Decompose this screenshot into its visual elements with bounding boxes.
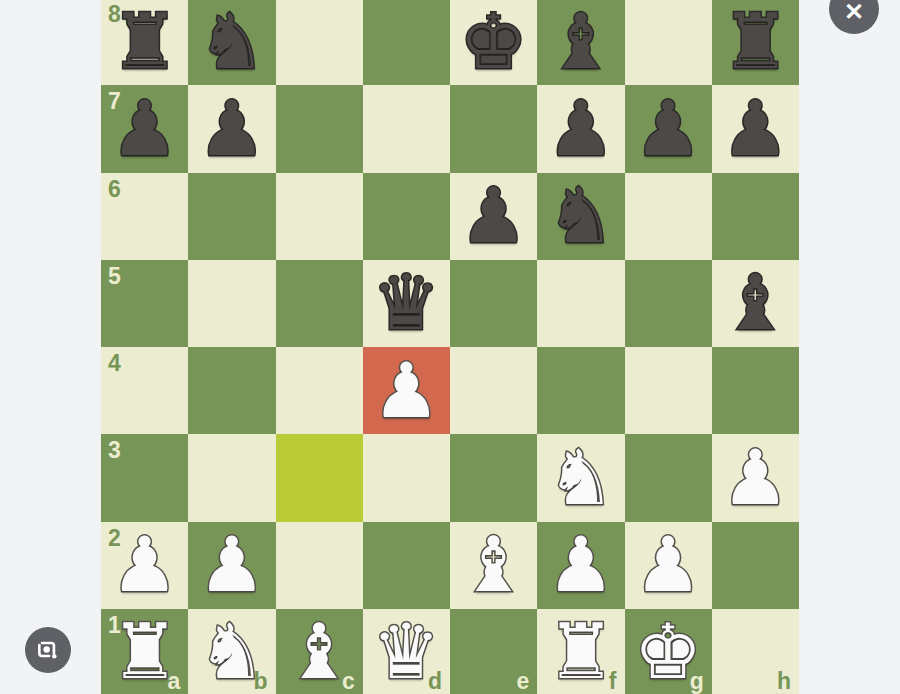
square-d3[interactable] bbox=[363, 434, 450, 521]
square-d8[interactable] bbox=[363, 0, 450, 85]
square-e7[interactable] bbox=[450, 85, 537, 172]
chess-board: ♜8♞♚♝♜♟7♟♟♟♟6♟♞5♛♝4♟3♞♟♟2♟♝♟♟♜1a♞b♝c♛de♜… bbox=[101, 0, 799, 694]
piece-black-king[interactable]: ♚ bbox=[450, 0, 537, 85]
file-label-c: c bbox=[342, 670, 355, 693]
piece-white-pawn[interactable]: ♟ bbox=[537, 522, 624, 609]
piece-black-pawn[interactable]: ♟ bbox=[188, 85, 275, 172]
square-d6[interactable] bbox=[363, 173, 450, 260]
file-label-b: b bbox=[253, 670, 267, 693]
square-f6[interactable]: ♞ bbox=[537, 173, 624, 260]
square-a2[interactable]: ♟2 bbox=[101, 522, 188, 609]
piece-black-rook[interactable]: ♜ bbox=[712, 0, 799, 85]
square-a7[interactable]: ♟7 bbox=[101, 85, 188, 172]
square-d7[interactable] bbox=[363, 85, 450, 172]
square-f1[interactable]: ♜f bbox=[537, 609, 624, 694]
square-e3[interactable] bbox=[450, 434, 537, 521]
close-icon: ✕ bbox=[844, 0, 864, 26]
square-d2[interactable] bbox=[363, 522, 450, 609]
square-g8[interactable] bbox=[625, 0, 712, 85]
piece-white-bishop[interactable]: ♝ bbox=[450, 522, 537, 609]
rank-label-1: 1 bbox=[108, 614, 121, 637]
rank-label-6: 6 bbox=[108, 178, 121, 201]
square-e6[interactable]: ♟ bbox=[450, 173, 537, 260]
square-h6[interactable] bbox=[712, 173, 799, 260]
camera-lens-icon bbox=[35, 637, 61, 663]
file-label-a: a bbox=[167, 670, 180, 693]
square-h2[interactable] bbox=[712, 522, 799, 609]
square-b4[interactable] bbox=[188, 347, 275, 434]
square-a3[interactable]: 3 bbox=[101, 434, 188, 521]
square-g4[interactable] bbox=[625, 347, 712, 434]
square-h5[interactable]: ♝ bbox=[712, 260, 799, 347]
piece-black-bishop[interactable]: ♝ bbox=[712, 260, 799, 347]
piece-white-pawn[interactable]: ♟ bbox=[188, 522, 275, 609]
square-e1[interactable]: e bbox=[450, 609, 537, 694]
square-b5[interactable] bbox=[188, 260, 275, 347]
square-e5[interactable] bbox=[450, 260, 537, 347]
file-label-d: d bbox=[428, 670, 442, 693]
square-b2[interactable]: ♟ bbox=[188, 522, 275, 609]
file-label-e: e bbox=[516, 670, 529, 693]
rank-label-3: 3 bbox=[108, 439, 121, 462]
piece-white-pawn[interactable]: ♟ bbox=[712, 434, 799, 521]
square-h7[interactable]: ♟ bbox=[712, 85, 799, 172]
square-g7[interactable]: ♟ bbox=[625, 85, 712, 172]
square-b1[interactable]: ♞b bbox=[188, 609, 275, 694]
square-c2[interactable] bbox=[276, 522, 363, 609]
square-c1[interactable]: ♝c bbox=[276, 609, 363, 694]
square-e4[interactable] bbox=[450, 347, 537, 434]
square-e2[interactable]: ♝ bbox=[450, 522, 537, 609]
square-c8[interactable] bbox=[276, 0, 363, 85]
rank-label-8: 8 bbox=[108, 3, 121, 26]
square-h1[interactable]: h bbox=[712, 609, 799, 694]
piece-black-pawn[interactable]: ♟ bbox=[625, 85, 712, 172]
square-c7[interactable] bbox=[276, 85, 363, 172]
piece-black-pawn[interactable]: ♟ bbox=[537, 85, 624, 172]
square-b8[interactable]: ♞ bbox=[188, 0, 275, 85]
piece-white-knight[interactable]: ♞ bbox=[537, 434, 624, 521]
square-g5[interactable] bbox=[625, 260, 712, 347]
square-g6[interactable] bbox=[625, 173, 712, 260]
square-h8[interactable]: ♜ bbox=[712, 0, 799, 85]
piece-black-queen[interactable]: ♛ bbox=[363, 260, 450, 347]
lens-image-viewer: ♜8♞♚♝♜♟7♟♟♟♟6♟♞5♛♝4♟3♞♟♟2♟♝♟♟♜1a♞b♝c♛de♜… bbox=[0, 0, 900, 694]
close-button[interactable]: ✕ bbox=[829, 0, 879, 34]
square-h3[interactable]: ♟ bbox=[712, 434, 799, 521]
file-label-g: g bbox=[690, 670, 704, 693]
square-g3[interactable] bbox=[625, 434, 712, 521]
rank-label-2: 2 bbox=[108, 527, 121, 550]
square-a8[interactable]: ♜8 bbox=[101, 0, 188, 85]
piece-black-pawn[interactable]: ♟ bbox=[712, 85, 799, 172]
square-a6[interactable]: 6 bbox=[101, 173, 188, 260]
square-b3[interactable] bbox=[188, 434, 275, 521]
piece-white-pawn[interactable]: ♟ bbox=[363, 347, 450, 434]
square-e8[interactable]: ♚ bbox=[450, 0, 537, 85]
camera-search-button[interactable] bbox=[25, 627, 71, 673]
square-d5[interactable]: ♛ bbox=[363, 260, 450, 347]
square-g1[interactable]: ♚g bbox=[625, 609, 712, 694]
square-c4[interactable] bbox=[276, 347, 363, 434]
square-b6[interactable] bbox=[188, 173, 275, 260]
piece-black-knight[interactable]: ♞ bbox=[188, 0, 275, 85]
piece-black-pawn[interactable]: ♟ bbox=[450, 173, 537, 260]
rank-label-4: 4 bbox=[108, 352, 121, 375]
square-d4[interactable]: ♟ bbox=[363, 347, 450, 434]
square-f4[interactable] bbox=[537, 347, 624, 434]
square-h4[interactable] bbox=[712, 347, 799, 434]
square-f8[interactable]: ♝ bbox=[537, 0, 624, 85]
piece-black-knight[interactable]: ♞ bbox=[537, 173, 624, 260]
file-label-h: h bbox=[777, 670, 791, 693]
square-a4[interactable]: 4 bbox=[101, 347, 188, 434]
square-b7[interactable]: ♟ bbox=[188, 85, 275, 172]
square-a1[interactable]: ♜1a bbox=[101, 609, 188, 694]
square-c3[interactable] bbox=[276, 434, 363, 521]
square-c6[interactable] bbox=[276, 173, 363, 260]
square-a5[interactable]: 5 bbox=[101, 260, 188, 347]
rank-label-5: 5 bbox=[108, 265, 121, 288]
rank-label-7: 7 bbox=[108, 90, 121, 113]
square-g2[interactable]: ♟ bbox=[625, 522, 712, 609]
square-c5[interactable] bbox=[276, 260, 363, 347]
square-f5[interactable] bbox=[537, 260, 624, 347]
square-f2[interactable]: ♟ bbox=[537, 522, 624, 609]
piece-black-bishop[interactable]: ♝ bbox=[537, 0, 624, 85]
piece-white-pawn[interactable]: ♟ bbox=[625, 522, 712, 609]
square-f7[interactable]: ♟ bbox=[537, 85, 624, 172]
file-label-f: f bbox=[609, 670, 617, 693]
square-f3[interactable]: ♞ bbox=[537, 434, 624, 521]
square-d1[interactable]: ♛d bbox=[363, 609, 450, 694]
